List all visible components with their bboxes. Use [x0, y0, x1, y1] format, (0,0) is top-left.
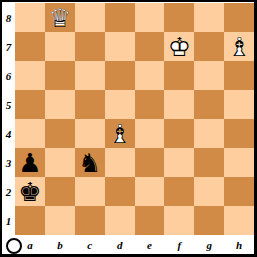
rank-label-6: 6	[2, 61, 15, 90]
file-label-b: b	[45, 236, 75, 253]
square-b6[interactable]	[45, 61, 75, 90]
square-a6[interactable]	[15, 61, 45, 90]
square-f2[interactable]	[164, 177, 194, 206]
square-g4[interactable]	[194, 119, 224, 148]
square-b4[interactable]	[45, 119, 75, 148]
square-d1[interactable]	[105, 206, 135, 235]
square-f4[interactable]	[164, 119, 194, 148]
square-e5[interactable]	[135, 90, 165, 119]
square-g7[interactable]	[194, 32, 224, 61]
square-f1[interactable]	[164, 206, 194, 235]
square-h1[interactable]	[224, 206, 254, 235]
piece-black-pawn[interactable]: ♟	[15, 148, 45, 177]
square-g8[interactable]	[194, 3, 224, 32]
square-e3[interactable]	[135, 148, 165, 177]
square-b3[interactable]	[45, 148, 75, 177]
square-b2[interactable]	[45, 177, 75, 206]
square-e7[interactable]	[135, 32, 165, 61]
square-c3[interactable]: ♞	[75, 148, 105, 177]
file-label-h: h	[224, 236, 254, 253]
square-h2[interactable]	[224, 177, 254, 206]
white-king-glyph: ♔	[168, 34, 191, 60]
square-a4[interactable]	[15, 119, 45, 148]
square-d7[interactable]	[105, 32, 135, 61]
rank-label-4: 4	[2, 119, 15, 148]
rank-label-7: 7	[2, 32, 15, 61]
chess-board: ♛♕♚♔♝♗♝♗♟♞♚	[15, 3, 254, 235]
square-a3[interactable]: ♟	[15, 148, 45, 177]
square-e6[interactable]	[135, 61, 165, 90]
square-f6[interactable]	[164, 61, 194, 90]
piece-white-bishop[interactable]: ♝♗	[105, 119, 135, 148]
square-c2[interactable]	[75, 177, 105, 206]
white-bishop-glyph: ♗	[108, 121, 131, 147]
piece-white-queen[interactable]: ♛♕	[45, 3, 75, 32]
square-d8[interactable]	[105, 3, 135, 32]
white-to-move-indicator	[6, 238, 22, 254]
square-f8[interactable]	[164, 3, 194, 32]
rank-label-3: 3	[2, 148, 15, 177]
square-h8[interactable]	[224, 3, 254, 32]
square-a1[interactable]	[15, 206, 45, 235]
square-a8[interactable]	[15, 3, 45, 32]
square-g5[interactable]	[194, 90, 224, 119]
piece-black-king[interactable]: ♚	[15, 177, 45, 206]
square-h3[interactable]	[224, 148, 254, 177]
file-label-f: f	[164, 236, 194, 253]
rank-label-1: 1	[2, 206, 15, 235]
square-h6[interactable]	[224, 61, 254, 90]
black-pawn-glyph: ♟	[18, 150, 41, 176]
square-a7[interactable]	[15, 32, 45, 61]
square-a5[interactable]	[15, 90, 45, 119]
file-label-d: d	[105, 236, 135, 253]
square-e4[interactable]	[135, 119, 165, 148]
black-king-glyph: ♚	[18, 179, 41, 205]
square-h4[interactable]	[224, 119, 254, 148]
square-g6[interactable]	[194, 61, 224, 90]
white-queen-glyph: ♕	[48, 5, 71, 31]
square-d6[interactable]	[105, 61, 135, 90]
square-c6[interactable]	[75, 61, 105, 90]
rank-label-8: 8	[2, 3, 15, 32]
piece-black-knight[interactable]: ♞	[75, 148, 105, 177]
square-d4[interactable]: ♝♗	[105, 119, 135, 148]
rank-label-2: 2	[2, 177, 15, 206]
square-a2[interactable]: ♚	[15, 177, 45, 206]
black-knight-glyph: ♞	[78, 150, 101, 176]
square-f7[interactable]: ♚♔	[164, 32, 194, 61]
chess-diagram: ♛♕♚♔♝♗♝♗♟♞♚ 87654321 abcdefgh	[0, 0, 257, 257]
white-bishop-glyph: ♗	[227, 34, 250, 60]
file-label-c: c	[75, 236, 105, 253]
piece-white-king[interactable]: ♚♔	[164, 32, 194, 61]
square-c7[interactable]	[75, 32, 105, 61]
square-c8[interactable]	[75, 3, 105, 32]
square-g1[interactable]	[194, 206, 224, 235]
square-b5[interactable]	[45, 90, 75, 119]
square-e2[interactable]	[135, 177, 165, 206]
square-d3[interactable]	[105, 148, 135, 177]
square-e1[interactable]	[135, 206, 165, 235]
file-label-g: g	[194, 236, 224, 253]
square-d2[interactable]	[105, 177, 135, 206]
square-b8[interactable]: ♛♕	[45, 3, 75, 32]
square-g2[interactable]	[194, 177, 224, 206]
rank-label-5: 5	[2, 90, 15, 119]
square-f5[interactable]	[164, 90, 194, 119]
square-b7[interactable]	[45, 32, 75, 61]
file-label-e: e	[135, 236, 165, 253]
square-c1[interactable]	[75, 206, 105, 235]
square-e8[interactable]	[135, 3, 165, 32]
square-c5[interactable]	[75, 90, 105, 119]
square-f3[interactable]	[164, 148, 194, 177]
square-h7[interactable]: ♝♗	[224, 32, 254, 61]
square-c4[interactable]	[75, 119, 105, 148]
square-h5[interactable]	[224, 90, 254, 119]
piece-white-bishop[interactable]: ♝♗	[224, 32, 254, 61]
square-g3[interactable]	[194, 148, 224, 177]
square-d5[interactable]	[105, 90, 135, 119]
square-b1[interactable]	[45, 206, 75, 235]
